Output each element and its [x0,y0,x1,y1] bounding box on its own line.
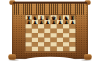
chess-board: ♜♞♝♛♚♝♞♜♟♟♟♟♟♟♟♟ [25,15,76,52]
piece-bp-a7: ♟ [27,21,31,25]
product-photo: ♜♞♝♛♚♝♞♜♟♟♟♟♟♟♟♟ [0,0,100,67]
piece-bp-f7: ♟ [58,21,62,25]
carved-bottom-notch [25,57,75,63]
piece-bp-d7: ♟ [45,21,49,25]
square-h1 [69,47,75,52]
bottom-left-foot [8,54,16,59]
piece-bp-e7: ♟ [52,21,56,25]
piece-bp-c7: ♟ [39,21,43,25]
bottom-right-foot [84,54,92,59]
piece-bp-b7: ♟ [33,21,37,25]
carved-back-wall [14,4,86,15]
piece-bp-h7: ♟ [70,21,74,25]
piece-bp-g7: ♟ [64,21,68,25]
